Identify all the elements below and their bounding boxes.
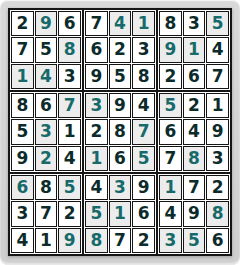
cell-r1c2[interactable]: 9 — [35, 11, 58, 36]
cell-r5c8[interactable]: 4 — [183, 119, 206, 144]
cell-r1c1[interactable]: 2 — [11, 11, 34, 36]
cell-r4c9[interactable]: 1 — [206, 93, 229, 118]
cell-r6c5[interactable]: 6 — [109, 146, 132, 171]
cell-r6c2[interactable]: 2 — [35, 146, 58, 171]
cell-r9c2[interactable]: 1 — [35, 228, 58, 253]
cell-r8c1[interactable]: 3 — [11, 201, 34, 226]
cell-r2c8[interactable]: 1 — [183, 37, 206, 62]
cell-r2c7[interactable]: 9 — [159, 37, 182, 62]
sudoku-board: 2967581437416239588359142678675319243942… — [8, 8, 232, 256]
cell-r1c7[interactable]: 8 — [159, 11, 182, 36]
cell-r8c7[interactable]: 4 — [159, 201, 182, 226]
cell-r6c3[interactable]: 4 — [58, 146, 81, 171]
cell-r6c4[interactable]: 1 — [85, 146, 108, 171]
cell-r4c1[interactable]: 8 — [11, 93, 34, 118]
cell-r8c2[interactable]: 7 — [35, 201, 58, 226]
cell-r9c7[interactable]: 3 — [159, 228, 182, 253]
cell-r3c3[interactable]: 3 — [58, 64, 81, 89]
cell-r7c2[interactable]: 8 — [35, 175, 58, 200]
cell-r2c1[interactable]: 7 — [11, 37, 34, 62]
cell-r5c9[interactable]: 9 — [206, 119, 229, 144]
cell-r7c3[interactable]: 5 — [58, 175, 81, 200]
cell-r2c9[interactable]: 4 — [206, 37, 229, 62]
cell-r2c3[interactable]: 8 — [58, 37, 81, 62]
box-2: 741623958 — [84, 10, 156, 90]
cell-r9c8[interactable]: 5 — [183, 228, 206, 253]
cell-r9c1[interactable]: 4 — [11, 228, 34, 253]
cell-r5c3[interactable]: 1 — [58, 119, 81, 144]
cell-r4c2[interactable]: 6 — [35, 93, 58, 118]
cell-r7c7[interactable]: 1 — [159, 175, 182, 200]
cell-r2c5[interactable]: 2 — [109, 37, 132, 62]
cell-r1c8[interactable]: 3 — [183, 11, 206, 36]
cell-r8c6[interactable]: 6 — [132, 201, 155, 226]
cell-r5c6[interactable]: 7 — [132, 119, 155, 144]
box-4: 867531924 — [10, 92, 82, 172]
cell-r5c4[interactable]: 2 — [85, 119, 108, 144]
cell-r6c9[interactable]: 3 — [206, 146, 229, 171]
cell-r3c4[interactable]: 9 — [85, 64, 108, 89]
cell-r8c3[interactable]: 2 — [58, 201, 81, 226]
cell-r7c6[interactable]: 9 — [132, 175, 155, 200]
cell-r4c3[interactable]: 7 — [58, 93, 81, 118]
cell-r3c7[interactable]: 2 — [159, 64, 182, 89]
cell-r4c6[interactable]: 4 — [132, 93, 155, 118]
cell-r8c4[interactable]: 5 — [85, 201, 108, 226]
box-8: 439516872 — [84, 174, 156, 254]
cell-r4c4[interactable]: 3 — [85, 93, 108, 118]
cell-r4c7[interactable]: 5 — [159, 93, 182, 118]
cell-r3c1[interactable]: 1 — [11, 64, 34, 89]
cell-r3c2[interactable]: 4 — [35, 64, 58, 89]
cell-r9c3[interactable]: 9 — [58, 228, 81, 253]
cell-r1c5[interactable]: 4 — [109, 11, 132, 36]
cell-r3c8[interactable]: 6 — [183, 64, 206, 89]
cell-r3c9[interactable]: 7 — [206, 64, 229, 89]
cell-r4c8[interactable]: 2 — [183, 93, 206, 118]
cell-r1c6[interactable]: 1 — [132, 11, 155, 36]
cell-r1c4[interactable]: 7 — [85, 11, 108, 36]
cell-r6c8[interactable]: 8 — [183, 146, 206, 171]
cell-r4c5[interactable]: 9 — [109, 93, 132, 118]
cell-r9c9[interactable]: 6 — [206, 228, 229, 253]
cell-r8c5[interactable]: 1 — [109, 201, 132, 226]
box-3: 835914267 — [158, 10, 230, 90]
cell-r5c2[interactable]: 3 — [35, 119, 58, 144]
box-1: 296758143 — [10, 10, 82, 90]
cell-r1c3[interactable]: 6 — [58, 11, 81, 36]
cell-r8c8[interactable]: 9 — [183, 201, 206, 226]
cell-r6c6[interactable]: 5 — [132, 146, 155, 171]
cell-r7c8[interactable]: 7 — [183, 175, 206, 200]
cell-r2c4[interactable]: 6 — [85, 37, 108, 62]
cell-r3c5[interactable]: 5 — [109, 64, 132, 89]
cell-r8c9[interactable]: 8 — [206, 201, 229, 226]
cell-r2c6[interactable]: 3 — [132, 37, 155, 62]
cell-r9c5[interactable]: 7 — [109, 228, 132, 253]
box-9: 172498356 — [158, 174, 230, 254]
cell-r9c6[interactable]: 2 — [132, 228, 155, 253]
cell-r5c5[interactable]: 8 — [109, 119, 132, 144]
cell-r5c7[interactable]: 6 — [159, 119, 182, 144]
cell-r7c9[interactable]: 2 — [206, 175, 229, 200]
cell-r7c1[interactable]: 6 — [11, 175, 34, 200]
cell-r1c9[interactable]: 5 — [206, 11, 229, 36]
cell-r7c4[interactable]: 4 — [85, 175, 108, 200]
box-6: 521649783 — [158, 92, 230, 172]
cell-r2c2[interactable]: 5 — [35, 37, 58, 62]
cell-r3c6[interactable]: 8 — [132, 64, 155, 89]
box-5: 394287165 — [84, 92, 156, 172]
cell-r9c4[interactable]: 8 — [85, 228, 108, 253]
cell-r6c7[interactable]: 7 — [159, 146, 182, 171]
cell-r5c1[interactable]: 5 — [11, 119, 34, 144]
sudoku-app-frame: 2967581437416239588359142678675319243942… — [0, 0, 240, 265]
box-7: 685372419 — [10, 174, 82, 254]
cell-r6c1[interactable]: 9 — [11, 146, 34, 171]
cell-r7c5[interactable]: 3 — [109, 175, 132, 200]
